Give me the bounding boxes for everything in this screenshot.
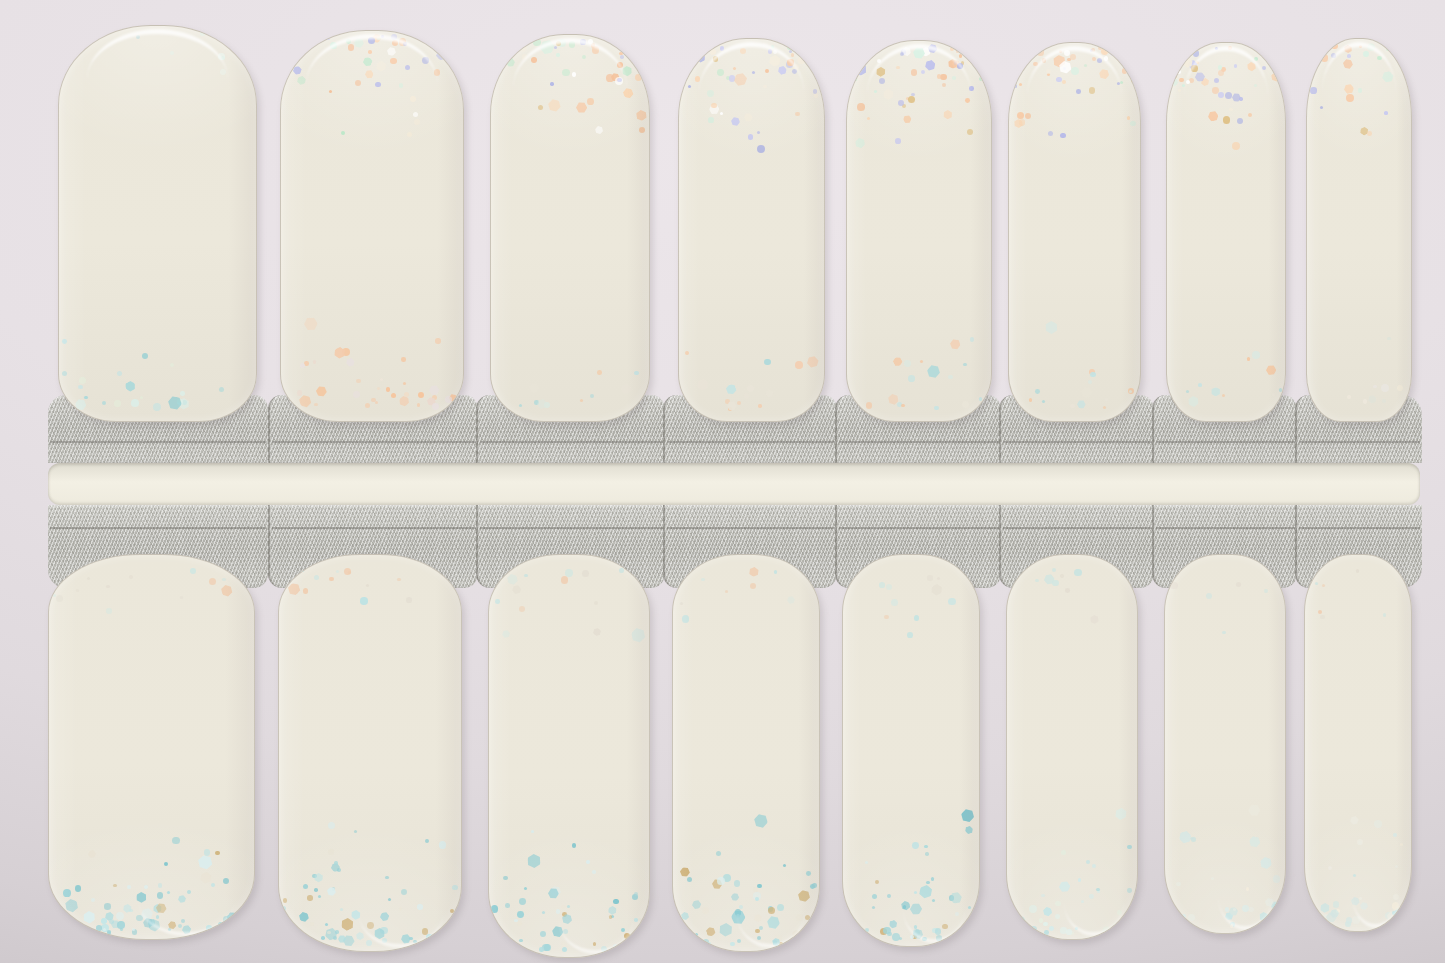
glitter-dot — [948, 375, 952, 379]
glitter-dot — [1055, 914, 1060, 919]
glitter-dot — [757, 145, 765, 153]
glitter-dot — [190, 568, 196, 574]
glitter-dot — [1273, 875, 1280, 882]
glitter-dot — [300, 363, 305, 368]
glitter-dot — [805, 915, 810, 920]
glitter-dot — [63, 889, 71, 897]
glitter-dot — [491, 905, 498, 912]
glitter-dot — [587, 98, 594, 105]
glitter-dot — [1347, 395, 1351, 399]
glitter-dot — [594, 601, 598, 605]
glitter-dot — [410, 96, 416, 102]
glitter-dot — [629, 626, 647, 644]
glitter-dot — [116, 912, 124, 920]
glitter-dot — [959, 54, 963, 58]
nail-wrap-top-3 — [490, 34, 650, 422]
glitter-dot — [96, 925, 102, 931]
glitter-dot — [132, 928, 135, 931]
glitter-dot — [438, 928, 446, 936]
glitter-dot — [1222, 631, 1226, 635]
glitter-dot — [565, 569, 572, 576]
glitter-dot — [1035, 389, 1040, 394]
glitter-dot — [283, 39, 286, 42]
glitter-dot — [925, 852, 929, 856]
glitter-dot — [556, 909, 560, 913]
glitter-dot — [285, 46, 293, 54]
glitter-dot — [620, 384, 632, 396]
glitter-dot — [886, 584, 892, 590]
glitter-dot — [879, 582, 885, 588]
glitter-dot — [708, 117, 713, 122]
glitter-dot — [690, 898, 703, 911]
glitter-dot — [795, 112, 799, 116]
glitter-dot — [1025, 113, 1031, 119]
glitter-dot — [609, 915, 612, 918]
glitter-dot — [908, 375, 915, 382]
glitter-dot — [291, 65, 302, 76]
glitter-dot — [701, 578, 705, 582]
glitter-dot — [56, 595, 63, 602]
glitter-dot — [511, 584, 522, 595]
nail-wrap-bottom-3 — [488, 554, 650, 958]
glitter-dot — [377, 387, 380, 390]
glitter-dot — [504, 572, 519, 587]
glitter-dot — [455, 64, 458, 67]
glitter-dot — [948, 598, 955, 605]
glitter-dot — [366, 584, 369, 587]
glitter-dot — [872, 906, 876, 910]
glitter-dot — [1259, 49, 1262, 52]
glitter-dot — [366, 940, 372, 946]
glitter-dot — [1316, 56, 1320, 60]
band-score-line — [839, 527, 999, 529]
glitter-dot — [613, 899, 619, 905]
glitter-dot — [1052, 580, 1059, 587]
glitter-dot — [814, 93, 819, 98]
glitter-dot — [503, 945, 508, 950]
glitter-dot — [1039, 918, 1044, 923]
glitter-dot — [795, 361, 803, 369]
glitter-dot — [218, 583, 234, 599]
glitter-dot — [287, 930, 290, 933]
glitter-dot — [1211, 877, 1214, 880]
glitter-dot — [545, 96, 563, 114]
glitter-dot — [303, 588, 308, 593]
glitter-dot — [1269, 70, 1282, 83]
band-score-line — [1156, 441, 1295, 443]
glitter-dot — [1169, 78, 1179, 88]
nail-wrap-top-8 — [1306, 38, 1412, 422]
glitter-dot — [1089, 894, 1094, 899]
glitter-dot — [1386, 46, 1391, 51]
glitter-dot — [854, 77, 857, 80]
nail-wrap-bottom-2 — [278, 554, 462, 952]
glitter-dot — [1384, 111, 1388, 115]
glitter-dot — [1130, 923, 1133, 926]
glitter-dot — [679, 910, 690, 921]
glitter-dot — [1079, 385, 1095, 401]
glitter-dot — [1096, 888, 1099, 891]
glitter-dot — [634, 892, 638, 896]
glitter-dot — [1042, 400, 1045, 403]
glitter-dot — [950, 47, 954, 51]
glitter-dot — [974, 58, 977, 61]
glitter-dot — [753, 812, 770, 829]
glitter-dot — [1048, 131, 1054, 137]
band-center-strip — [48, 463, 1420, 505]
glitter-dot — [338, 916, 355, 933]
glitter-dot — [1115, 925, 1120, 930]
glitter-dot — [968, 906, 971, 909]
glitter-dot — [786, 595, 795, 604]
glitter-dot — [1065, 588, 1070, 593]
glitter-dot — [1248, 804, 1260, 816]
glitter-dot — [314, 575, 319, 580]
glitter-dot — [867, 117, 870, 120]
glitter-dot — [744, 113, 753, 122]
glitter-dot — [638, 918, 641, 921]
glitter-dot — [504, 949, 507, 952]
glitter-dot — [975, 60, 980, 65]
glitter-dot — [1061, 850, 1067, 856]
glitter-dot — [620, 55, 624, 59]
glitter-dot — [716, 851, 721, 856]
glitter-dot — [303, 938, 308, 943]
glitter-dot — [385, 876, 388, 879]
glitter-dot — [127, 885, 131, 889]
glitter-dot — [562, 947, 567, 952]
glitter-dot — [887, 894, 891, 898]
band-score-line — [1299, 527, 1420, 529]
glitter-dot — [639, 127, 645, 133]
glitter-dot — [153, 403, 161, 411]
glitter-dot — [197, 854, 214, 871]
glitter-dot — [106, 585, 109, 588]
glitter-dot — [710, 49, 716, 55]
glitter-dot — [313, 360, 316, 363]
glitter-dot — [635, 110, 647, 122]
glitter-dot — [328, 849, 333, 854]
nail-wrap-top-5 — [846, 40, 992, 422]
glitter-dot — [380, 378, 383, 381]
nail-wrap-bottom-1 — [48, 554, 255, 940]
glitter-dot — [597, 370, 602, 375]
glitter-dot — [286, 47, 292, 53]
glitter-dot — [172, 837, 179, 844]
glitter-dot — [688, 85, 691, 88]
glitter-dot — [1357, 839, 1363, 845]
glitter-dot — [753, 887, 757, 891]
glitter-dot — [338, 935, 346, 943]
glitter-dot — [321, 936, 325, 940]
glitter-dot — [129, 575, 133, 579]
nail-wrap-bottom-7 — [1164, 554, 1286, 934]
glitter-dot — [327, 931, 331, 935]
glitter-dot — [1322, 584, 1325, 587]
nail-wrap-bottom-4 — [672, 554, 820, 952]
glitter-dot — [777, 904, 784, 911]
glitter-dot — [750, 583, 756, 589]
glitter-dot — [1248, 835, 1261, 848]
glitter-dot — [898, 100, 904, 106]
glitter-dot — [365, 403, 370, 408]
glitter-dot — [117, 371, 122, 376]
gloss-highlight — [306, 34, 437, 85]
glitter-dot — [1127, 845, 1132, 850]
glitter-dot — [123, 379, 137, 393]
glitter-dot — [303, 884, 308, 889]
glitter-dot — [907, 632, 913, 638]
glitter-dot — [341, 131, 345, 135]
glitter-dot — [292, 938, 300, 946]
glitter-dot — [140, 396, 143, 399]
glitter-dot — [307, 895, 313, 901]
glitter-dot — [708, 942, 711, 945]
glitter-dot — [404, 392, 409, 397]
glitter-dot — [1090, 614, 1100, 624]
glitter-dot — [967, 129, 973, 135]
glitter-dot — [717, 877, 725, 885]
glitter-dot — [538, 105, 543, 110]
glitter-dot — [806, 871, 811, 876]
glitter-dot — [971, 46, 987, 62]
glitter-dot — [529, 382, 540, 393]
glitter-dot — [504, 947, 508, 951]
glitter-dot — [451, 936, 455, 940]
glitter-dot — [304, 32, 317, 45]
glitter-dot — [231, 919, 249, 937]
glitter-dot — [737, 401, 742, 406]
glitter-dot — [853, 935, 860, 942]
glitter-dot — [299, 47, 302, 50]
glitter-dot — [963, 825, 973, 835]
glitter-dot — [1320, 615, 1325, 620]
glitter-dot — [1020, 46, 1026, 52]
glitter-dot — [113, 884, 117, 888]
glitter-dot — [1206, 593, 1213, 600]
glitter-dot — [164, 862, 168, 866]
glitter-dot — [1101, 48, 1108, 55]
glitter-dot — [937, 577, 940, 580]
glitter-dot — [734, 880, 741, 887]
glitter-dot — [1272, 393, 1275, 396]
glitter-dot — [1041, 905, 1054, 918]
glitter-dot — [1019, 83, 1022, 86]
glitter-dot — [314, 888, 318, 892]
glitter-dot — [1252, 351, 1259, 358]
glitter-dot — [170, 363, 174, 367]
glitter-dot — [627, 41, 643, 57]
glitter-dot — [407, 132, 412, 137]
glitter-dot — [774, 570, 777, 573]
glitter-dot — [696, 378, 709, 391]
glitter-dot — [1105, 398, 1108, 401]
glitter-dot — [737, 939, 741, 943]
glitter-dot — [929, 581, 945, 597]
glitter-dot — [871, 47, 877, 53]
glitter-dot — [1041, 894, 1044, 897]
glitter-dot — [1070, 404, 1074, 408]
glitter-dot — [561, 576, 569, 584]
glitter-dot — [1262, 66, 1266, 70]
glitter-dot — [336, 570, 339, 573]
glitter-dot — [1328, 866, 1332, 870]
glitter-dot — [679, 937, 682, 940]
glitter-dot — [791, 53, 795, 57]
glitter-dot — [1310, 87, 1316, 93]
glitter-dot — [414, 119, 420, 125]
glitter-dot — [494, 36, 511, 53]
glitter-dot — [495, 599, 500, 604]
glitter-dot — [1222, 394, 1225, 397]
glitter-dot — [1030, 926, 1037, 933]
glitter-dot — [354, 830, 357, 833]
glitter-dot — [281, 906, 286, 911]
glitter-dot — [1132, 56, 1136, 60]
glitter-dot — [695, 51, 708, 64]
nail-wrap-bottom-5 — [842, 554, 980, 947]
glitter-dot — [961, 48, 966, 53]
glitter-dot — [1090, 372, 1095, 377]
glitter-dot — [949, 338, 961, 350]
glitter-dot — [727, 939, 730, 942]
glitter-dot — [1193, 50, 1199, 56]
glitter-dot — [1130, 121, 1135, 126]
glitter-dot — [1406, 42, 1409, 45]
glitter-dot — [758, 404, 762, 408]
glitter-dot — [892, 355, 905, 368]
glitter-dot — [167, 891, 170, 894]
glitter-dot — [1119, 925, 1123, 929]
glitter-dot — [287, 581, 302, 596]
glitter-dot — [1122, 68, 1128, 74]
glitter-dot — [866, 402, 872, 408]
glitter-dot — [914, 891, 917, 894]
glitter-dot — [314, 384, 329, 399]
glitter-dot — [1236, 582, 1241, 587]
glitter-dot — [979, 397, 983, 401]
glitter-dot — [908, 96, 915, 103]
glitter-dot — [1172, 915, 1188, 931]
glitter-dot — [748, 567, 759, 578]
glitter-dot — [1270, 59, 1273, 62]
glitter-dot — [730, 942, 734, 946]
glitter-dot — [503, 876, 508, 881]
glitter-dot — [62, 371, 68, 377]
glitter-dot — [1270, 914, 1278, 922]
glitter-dot — [355, 931, 364, 940]
glitter-dot — [413, 112, 419, 118]
glitter-dot — [1246, 887, 1249, 890]
glitter-dot — [524, 887, 527, 890]
glitter-dot — [810, 884, 815, 889]
glitter-dot — [1055, 901, 1061, 907]
glitter-dot — [680, 602, 683, 605]
gloss-highlight — [87, 29, 229, 80]
glitter-dot — [388, 898, 391, 901]
glitter-dot — [1247, 357, 1251, 361]
glitter-dot — [817, 48, 822, 53]
glitter-dot — [434, 48, 449, 63]
glitter-dot — [1029, 905, 1037, 913]
glitter-dot — [519, 939, 523, 943]
glitter-dot — [103, 928, 106, 931]
gloss-highlight — [1352, 894, 1401, 928]
glitter-dot — [1173, 74, 1177, 78]
glitter-dot — [1035, 579, 1038, 582]
glitter-dot — [187, 890, 191, 894]
glitter-dot — [1264, 589, 1268, 593]
glitter-dot — [107, 930, 111, 934]
nail-wrap-top-1 — [58, 25, 257, 422]
nail-wrap-top-4 — [678, 38, 825, 422]
glitter-dot — [783, 864, 786, 867]
glitter-dot — [1353, 874, 1356, 877]
glitter-dot — [540, 931, 546, 937]
glitter-dot — [1060, 927, 1066, 933]
gloss-highlight — [139, 902, 233, 936]
glitter-dot — [399, 907, 402, 910]
glitter-dot — [695, 940, 698, 943]
glitter-dot — [702, 907, 709, 914]
glitter-dot — [739, 905, 743, 909]
glitter-dot — [586, 860, 590, 864]
glitter-dot — [353, 391, 359, 397]
glitter-dot — [864, 45, 868, 49]
glitter-dot — [567, 905, 570, 908]
glitter-dot — [979, 77, 983, 81]
glitter-dot — [1237, 118, 1243, 124]
glitter-dot — [1044, 930, 1049, 935]
glitter-dot — [720, 112, 723, 115]
glitter-dot — [809, 934, 815, 940]
glitter-dot — [695, 933, 698, 936]
glitter-dot — [1186, 390, 1189, 393]
glitter-dot — [899, 937, 903, 941]
glitter-dot — [1333, 901, 1339, 907]
band-score-line — [667, 441, 835, 443]
glitter-dot — [1052, 568, 1056, 572]
glitter-dot — [634, 371, 639, 376]
glitter-dot — [965, 98, 970, 103]
glitter-dot — [86, 849, 97, 860]
glitter-dot — [180, 596, 184, 600]
glitter-dot — [500, 629, 511, 640]
glitter-dot — [1331, 43, 1338, 50]
glitter-dot — [796, 889, 811, 904]
glitter-dot — [1320, 106, 1323, 109]
band-score-line — [50, 527, 266, 529]
glitter-dot — [594, 125, 604, 135]
glitter-dot — [863, 51, 867, 55]
glitter-dot — [1177, 70, 1181, 74]
nail-wraps-photo — [0, 0, 1445, 963]
glitter-dot — [1188, 914, 1195, 921]
glitter-dot — [544, 944, 551, 951]
glitter-dot — [445, 396, 452, 403]
glitter-dot — [425, 839, 429, 843]
glitter-dot — [296, 942, 300, 946]
glitter-dot — [724, 383, 738, 397]
glitter-dot — [439, 841, 446, 848]
glitter-dot — [432, 403, 439, 410]
glitter-dot — [731, 117, 741, 127]
glitter-dot — [1397, 385, 1404, 392]
gloss-highlight — [513, 38, 627, 89]
glitter-dot — [1348, 814, 1360, 826]
glitter-dot — [808, 42, 818, 52]
glitter-dot — [1395, 865, 1398, 868]
